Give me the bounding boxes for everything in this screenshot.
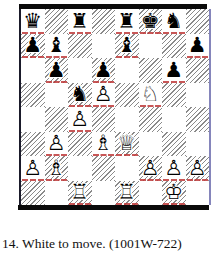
square-a8: ♛♛ (21, 9, 45, 34)
black-knight-c5: ♞ (68, 83, 92, 108)
square-d8 (92, 9, 116, 34)
square-e7: ♝♝ (115, 34, 139, 59)
square-f8: ♚♚ (139, 9, 163, 34)
piece-halo: ♝ (45, 156, 69, 181)
square-b8 (45, 9, 69, 34)
square-f3 (139, 132, 163, 157)
square-c8: ♜♜ (68, 9, 92, 34)
black-bishop-b7: ♝ (45, 34, 69, 59)
square-a6 (21, 58, 45, 83)
square-a1 (21, 181, 45, 206)
black-rook-e8: ♜ (115, 9, 139, 34)
black-king-f8: ♚ (139, 9, 163, 34)
square-h7: ♟♟ (186, 34, 210, 59)
piece-halo: ♟ (45, 132, 69, 157)
square-h4 (186, 107, 210, 132)
white-rook-c1: ♖ (68, 181, 92, 206)
white-pawn-a2: ♙ (21, 156, 45, 181)
square-d7 (92, 34, 116, 59)
square-e2 (115, 156, 139, 181)
square-e6 (115, 58, 139, 83)
square-f7 (139, 34, 163, 59)
piece-halo: ♜ (115, 181, 139, 206)
square-f4 (139, 107, 163, 132)
piece-halo: ♟ (21, 156, 45, 181)
piece-halo: ♟ (162, 58, 186, 83)
square-d5: ♟♙ (92, 83, 116, 108)
piece-halo: ♝ (45, 34, 69, 59)
square-d2 (92, 156, 116, 181)
white-bishop-b2: ♗ (45, 156, 69, 181)
square-e4 (115, 107, 139, 132)
black-pawn-d6: ♟ (92, 58, 116, 83)
square-h2: ♟♙ (186, 156, 210, 181)
square-g2: ♟♙ (162, 156, 186, 181)
piece-halo: ♟ (139, 156, 163, 181)
piece-halo: ♞ (68, 83, 92, 108)
square-c7 (68, 34, 92, 59)
square-g7 (162, 34, 186, 59)
square-h6 (186, 58, 210, 83)
chess-diagram: ♛♛♜♜♜♜♚♚♞♞♟♟♝♝♝♝♟♟♟♟♟♟♟♟♞♞♟♙♞♘♟♙♟♙♝♗♛♕♟♙… (19, 4, 211, 210)
black-bishop-e7: ♝ (115, 34, 139, 59)
square-g6: ♟♟ (162, 58, 186, 83)
piece-halo: ♟ (92, 58, 116, 83)
piece-halo: ♟ (186, 34, 210, 59)
square-e5 (115, 83, 139, 108)
white-pawn-h2: ♙ (186, 156, 210, 181)
white-pawn-f2: ♙ (139, 156, 163, 181)
piece-halo: ♝ (92, 132, 116, 157)
square-f2: ♟♙ (139, 156, 163, 181)
black-pawn-a7: ♟ (21, 34, 45, 59)
square-g3 (162, 132, 186, 157)
square-h5 (186, 83, 210, 108)
piece-halo: ♟ (21, 34, 45, 59)
piece-halo: ♝ (115, 34, 139, 59)
square-b2: ♝♗ (45, 156, 69, 181)
black-pawn-b6: ♟ (45, 58, 69, 83)
square-f1 (139, 181, 163, 206)
piece-halo: ♟ (162, 156, 186, 181)
square-a2: ♟♙ (21, 156, 45, 181)
white-bishop-d3: ♗ (92, 132, 116, 157)
white-king-g1: ♔ (162, 181, 186, 206)
white-rook-e1: ♖ (115, 181, 139, 206)
black-queen-a8: ♛ (21, 9, 45, 34)
square-c3 (68, 132, 92, 157)
square-d1 (92, 181, 116, 206)
square-a4 (21, 107, 45, 132)
diagram-caption: 14. White to move. (1001W-722) (2, 236, 216, 252)
piece-halo: ♜ (68, 9, 92, 34)
square-d3: ♝♗ (92, 132, 116, 157)
white-pawn-g2: ♙ (162, 156, 186, 181)
piece-halo: ♚ (139, 9, 163, 34)
piece-halo: ♞ (139, 83, 163, 108)
square-f6 (139, 58, 163, 83)
black-pawn-g6: ♟ (162, 58, 186, 83)
square-b7: ♝♝ (45, 34, 69, 59)
square-b6: ♟♟ (45, 58, 69, 83)
square-a7: ♟♟ (21, 34, 45, 59)
square-b1 (45, 181, 69, 206)
square-e3: ♛♕ (115, 132, 139, 157)
white-pawn-c4: ♙ (68, 107, 92, 132)
square-c1: ♜♖ (68, 181, 92, 206)
white-pawn-d5: ♙ (92, 83, 116, 108)
black-knight-g8: ♞ (162, 9, 186, 34)
square-a3 (21, 132, 45, 157)
square-f5: ♞♘ (139, 83, 163, 108)
piece-halo: ♟ (45, 58, 69, 83)
square-c6 (68, 58, 92, 83)
square-d4 (92, 107, 116, 132)
square-e1: ♜♖ (115, 181, 139, 206)
piece-halo: ♜ (115, 9, 139, 34)
piece-halo: ♟ (68, 107, 92, 132)
chess-board: ♛♛♜♜♜♜♚♚♞♞♟♟♝♝♝♝♟♟♟♟♟♟♟♟♞♞♟♙♞♘♟♙♟♙♝♗♛♕♟♙… (19, 9, 211, 205)
board-bottom-border (18, 205, 209, 210)
piece-halo: ♚ (162, 181, 186, 206)
square-e8: ♜♜ (115, 9, 139, 34)
piece-halo: ♛ (21, 9, 45, 34)
black-rook-c8: ♜ (68, 9, 92, 34)
square-h1 (186, 181, 210, 206)
square-c2 (68, 156, 92, 181)
piece-halo: ♟ (92, 83, 116, 108)
square-h3 (186, 132, 210, 157)
square-g8: ♞♞ (162, 9, 186, 34)
square-h8 (186, 9, 210, 34)
square-b3: ♟♙ (45, 132, 69, 157)
square-b5 (45, 83, 69, 108)
square-a5 (21, 83, 45, 108)
square-c4: ♟♙ (68, 107, 92, 132)
square-c5: ♞♞ (68, 83, 92, 108)
square-g1: ♚♔ (162, 181, 186, 206)
page: ♛♛♜♜♜♜♚♚♞♞♟♟♝♝♝♝♟♟♟♟♟♟♟♟♞♞♟♙♞♘♟♙♟♙♝♗♛♕♟♙… (0, 0, 216, 259)
white-knight-f5: ♘ (139, 83, 163, 108)
black-pawn-h7: ♟ (186, 34, 210, 59)
piece-halo: ♟ (186, 156, 210, 181)
square-b4 (45, 107, 69, 132)
piece-halo: ♛ (115, 132, 139, 157)
piece-halo: ♞ (162, 9, 186, 34)
piece-halo: ♜ (68, 181, 92, 206)
white-pawn-b3: ♙ (45, 132, 69, 157)
white-queen-e3: ♕ (115, 132, 139, 157)
square-g4 (162, 107, 186, 132)
square-d6: ♟♟ (92, 58, 116, 83)
square-g5 (162, 83, 186, 108)
